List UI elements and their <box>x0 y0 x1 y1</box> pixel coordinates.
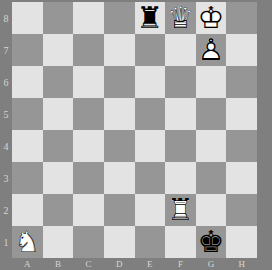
file-label-h: H <box>226 258 257 270</box>
square-b7[interactable] <box>43 34 74 66</box>
file-label-c: C <box>73 258 104 270</box>
square-e5[interactable] <box>135 98 166 130</box>
square-e3[interactable] <box>135 162 166 194</box>
square-d8[interactable] <box>104 2 135 34</box>
square-c3[interactable] <box>73 162 104 194</box>
square-g1[interactable]: ♚ <box>196 226 227 258</box>
rank-label-4: 4 <box>0 130 12 162</box>
piece-white-knight-a1[interactable]: ♞♘ <box>12 226 43 258</box>
rank-label-7: 7 <box>0 34 12 66</box>
black-king-icon: ♚ <box>196 226 227 258</box>
square-c6[interactable] <box>73 66 104 98</box>
rank-label-3: 3 <box>0 162 12 194</box>
square-g6[interactable] <box>196 66 227 98</box>
square-a3[interactable] <box>12 162 43 194</box>
square-c2[interactable] <box>73 194 104 226</box>
square-f1[interactable] <box>165 226 196 258</box>
square-d1[interactable] <box>104 226 135 258</box>
square-a6[interactable] <box>12 66 43 98</box>
square-b5[interactable] <box>43 98 74 130</box>
piece-white-rook-f2[interactable]: ♜♖ <box>165 194 196 226</box>
square-g8[interactable]: ♚♔ <box>196 2 227 34</box>
file-label-f: F <box>165 258 196 270</box>
square-h3[interactable] <box>226 162 257 194</box>
square-a5[interactable] <box>12 98 43 130</box>
square-f8[interactable]: ♛♕ <box>165 2 196 34</box>
square-f3[interactable] <box>165 162 196 194</box>
square-d5[interactable] <box>104 98 135 130</box>
square-g2[interactable] <box>196 194 227 226</box>
square-c1[interactable] <box>73 226 104 258</box>
square-a8[interactable] <box>12 2 43 34</box>
rank-label-6: 6 <box>0 66 12 98</box>
rank-labels: 87654321 <box>0 2 12 258</box>
piece-black-king-g1[interactable]: ♚ <box>196 226 227 258</box>
square-a2[interactable] <box>12 194 43 226</box>
square-g4[interactable] <box>196 130 227 162</box>
white-rook-fill-glyph: ♜ <box>165 194 196 226</box>
square-e1[interactable] <box>135 226 166 258</box>
white-knight-fill-glyph: ♞ <box>12 226 43 258</box>
square-h6[interactable] <box>226 66 257 98</box>
white-king-icon: ♔ <box>196 2 227 34</box>
piece-white-queen-f8[interactable]: ♛♕ <box>165 2 196 34</box>
square-c5[interactable] <box>73 98 104 130</box>
white-knight-icon: ♘ <box>12 226 43 258</box>
square-c8[interactable] <box>73 2 104 34</box>
chess-diagram: 87654321 ♜♛♕♚♔♟♙♜♖♞♘♚ ABCDEFGH <box>0 0 272 270</box>
white-queen-icon: ♕ <box>165 2 196 34</box>
square-f5[interactable] <box>165 98 196 130</box>
square-e2[interactable] <box>135 194 166 226</box>
square-c7[interactable] <box>73 34 104 66</box>
square-h8[interactable] <box>226 2 257 34</box>
square-d6[interactable] <box>104 66 135 98</box>
square-h4[interactable] <box>226 130 257 162</box>
square-g3[interactable] <box>196 162 227 194</box>
white-king-fill-glyph: ♚ <box>196 2 227 34</box>
square-f6[interactable] <box>165 66 196 98</box>
black-rook-icon: ♜ <box>135 2 166 34</box>
square-a7[interactable] <box>12 34 43 66</box>
board: ♜♛♕♚♔♟♙♜♖♞♘♚ <box>12 2 257 258</box>
piece-white-king-g8[interactable]: ♚♔ <box>196 2 227 34</box>
square-f4[interactable] <box>165 130 196 162</box>
piece-white-pawn-g7[interactable]: ♟♙ <box>196 34 227 66</box>
square-a1[interactable]: ♞♘ <box>12 226 43 258</box>
square-h5[interactable] <box>226 98 257 130</box>
square-h2[interactable] <box>226 194 257 226</box>
square-b4[interactable] <box>43 130 74 162</box>
square-e6[interactable] <box>135 66 166 98</box>
file-label-d: D <box>104 258 135 270</box>
square-f7[interactable] <box>165 34 196 66</box>
square-e7[interactable] <box>135 34 166 66</box>
white-rook-icon: ♖ <box>165 194 196 226</box>
square-f2[interactable]: ♜♖ <box>165 194 196 226</box>
square-b1[interactable] <box>43 226 74 258</box>
square-b8[interactable] <box>43 2 74 34</box>
file-label-b: B <box>43 258 74 270</box>
white-pawn-icon: ♙ <box>196 34 227 66</box>
square-h1[interactable] <box>226 226 257 258</box>
square-d4[interactable] <box>104 130 135 162</box>
white-pawn-fill-glyph: ♟ <box>196 34 227 66</box>
file-labels: ABCDEFGH <box>12 258 257 270</box>
square-g5[interactable] <box>196 98 227 130</box>
square-e8[interactable]: ♜ <box>135 2 166 34</box>
piece-black-rook-e8[interactable]: ♜ <box>135 2 166 34</box>
file-label-a: A <box>12 258 43 270</box>
square-b3[interactable] <box>43 162 74 194</box>
square-g7[interactable]: ♟♙ <box>196 34 227 66</box>
square-c4[interactable] <box>73 130 104 162</box>
square-a4[interactable] <box>12 130 43 162</box>
rank-label-5: 5 <box>0 98 12 130</box>
rank-label-1: 1 <box>0 226 12 258</box>
square-d2[interactable] <box>104 194 135 226</box>
white-queen-fill-glyph: ♛ <box>165 2 196 34</box>
square-b6[interactable] <box>43 66 74 98</box>
square-d7[interactable] <box>104 34 135 66</box>
square-e4[interactable] <box>135 130 166 162</box>
file-label-e: E <box>135 258 166 270</box>
square-h7[interactable] <box>226 34 257 66</box>
rank-label-2: 2 <box>0 194 12 226</box>
rank-label-8: 8 <box>0 2 12 34</box>
square-b2[interactable] <box>43 194 74 226</box>
square-d3[interactable] <box>104 162 135 194</box>
file-label-g: G <box>196 258 227 270</box>
